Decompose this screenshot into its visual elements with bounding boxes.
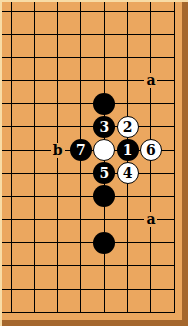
black-stone (93, 185, 115, 207)
white-stone (93, 139, 115, 161)
move-stone-7: 7 (70, 139, 92, 161)
go-board: 3271654aba (0, 0, 188, 326)
move-stone-4: 4 (117, 162, 139, 184)
black-stone (93, 93, 115, 115)
move-stone-2: 2 (117, 116, 139, 138)
move-stone-1: 1 (117, 139, 139, 161)
point-label-a: a (144, 212, 157, 227)
black-stone (93, 232, 115, 254)
stones-layer: 3271654aba (0, 0, 186, 324)
point-label-b: b (51, 143, 65, 158)
move-stone-3: 3 (93, 116, 115, 138)
move-stone-6: 6 (140, 139, 162, 161)
point-label-a: a (144, 73, 157, 88)
move-stone-5: 5 (93, 162, 115, 184)
